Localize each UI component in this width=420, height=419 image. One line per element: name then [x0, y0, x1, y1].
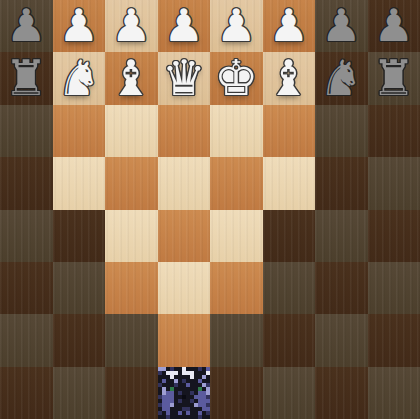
square-b2[interactable]: [53, 314, 106, 366]
square-d2[interactable]: [158, 314, 211, 366]
square-d5[interactable]: [158, 157, 211, 209]
square-a2[interactable]: [0, 314, 53, 366]
square-h1[interactable]: [368, 367, 420, 419]
white-pawn[interactable]: ♟: [111, 0, 151, 52]
square-b4[interactable]: [53, 210, 106, 262]
square-h2[interactable]: [368, 314, 420, 366]
square-a7[interactable]: ♜: [0, 52, 53, 104]
square-e5[interactable]: [210, 157, 263, 209]
square-d6[interactable]: [158, 105, 211, 157]
chess-board: ♟♟♟♟♟♟♟♟♜♞♝♛♚♝♞♜: [0, 0, 420, 419]
square-e8[interactable]: ♟: [210, 0, 263, 52]
white-rook[interactable]: ♜: [372, 53, 416, 105]
square-a5[interactable]: [0, 157, 53, 209]
square-f3[interactable]: [263, 262, 316, 314]
white-bishop[interactable]: ♝: [109, 53, 153, 105]
square-h4[interactable]: [368, 210, 420, 262]
square-c4[interactable]: [105, 210, 158, 262]
white-pawn[interactable]: ♟: [6, 0, 46, 52]
square-a3[interactable]: [0, 262, 53, 314]
square-f8[interactable]: ♟: [263, 0, 316, 52]
square-c1[interactable]: [105, 367, 158, 419]
white-knight[interactable]: ♞: [319, 53, 363, 105]
square-c2[interactable]: [105, 314, 158, 366]
white-queen[interactable]: ♛: [162, 53, 206, 105]
square-c3[interactable]: [105, 262, 158, 314]
square-c8[interactable]: ♟: [105, 0, 158, 52]
square-g4[interactable]: [315, 210, 368, 262]
square-d1[interactable]: [158, 367, 211, 419]
square-e4[interactable]: [210, 210, 263, 262]
square-g2[interactable]: [315, 314, 368, 366]
square-g6[interactable]: [315, 105, 368, 157]
square-c6[interactable]: [105, 105, 158, 157]
square-a4[interactable]: [0, 210, 53, 262]
square-f4[interactable]: [263, 210, 316, 262]
square-c7[interactable]: ♝: [105, 52, 158, 104]
square-e7[interactable]: ♚: [210, 52, 263, 104]
white-pawn[interactable]: ♟: [59, 0, 99, 52]
square-d7[interactable]: ♛: [158, 52, 211, 104]
square-d8[interactable]: ♟: [158, 0, 211, 52]
square-b1[interactable]: [53, 367, 106, 419]
square-a8[interactable]: ♟: [0, 0, 53, 52]
square-h5[interactable]: [368, 157, 420, 209]
square-b5[interactable]: [53, 157, 106, 209]
square-g1[interactable]: [315, 367, 368, 419]
white-pawn[interactable]: ♟: [269, 0, 309, 52]
square-d4[interactable]: [158, 210, 211, 262]
square-h7[interactable]: ♜: [368, 52, 420, 104]
square-f2[interactable]: [263, 314, 316, 366]
fog-static-noise: [158, 367, 211, 419]
square-b6[interactable]: [53, 105, 106, 157]
white-pawn[interactable]: ♟: [216, 0, 256, 52]
square-f1[interactable]: [263, 367, 316, 419]
square-b8[interactable]: ♟: [53, 0, 106, 52]
square-f6[interactable]: [263, 105, 316, 157]
square-g5[interactable]: [315, 157, 368, 209]
square-g3[interactable]: [315, 262, 368, 314]
square-h6[interactable]: [368, 105, 420, 157]
square-a1[interactable]: [0, 367, 53, 419]
square-e6[interactable]: [210, 105, 263, 157]
square-b7[interactable]: ♞: [53, 52, 106, 104]
square-g7[interactable]: ♞: [315, 52, 368, 104]
square-b3[interactable]: [53, 262, 106, 314]
square-e1[interactable]: [210, 367, 263, 419]
white-rook[interactable]: ♜: [4, 53, 48, 105]
chess-app-window: ♟♟♟♟♟♟♟♟♜♞♝♛♚♝♞♜: [0, 0, 420, 419]
square-a6[interactable]: [0, 105, 53, 157]
white-pawn[interactable]: ♟: [321, 0, 361, 52]
white-bishop[interactable]: ♝: [267, 53, 311, 105]
white-pawn[interactable]: ♟: [164, 0, 204, 52]
square-h3[interactable]: [368, 262, 420, 314]
square-e2[interactable]: [210, 314, 263, 366]
square-f5[interactable]: [263, 157, 316, 209]
square-e3[interactable]: [210, 262, 263, 314]
square-c5[interactable]: [105, 157, 158, 209]
square-g8[interactable]: ♟: [315, 0, 368, 52]
square-f7[interactable]: ♝: [263, 52, 316, 104]
white-king[interactable]: ♚: [214, 53, 258, 105]
square-d3[interactable]: [158, 262, 211, 314]
white-knight[interactable]: ♞: [57, 53, 101, 105]
square-h8[interactable]: ♟: [368, 0, 420, 52]
white-pawn[interactable]: ♟: [374, 0, 414, 52]
